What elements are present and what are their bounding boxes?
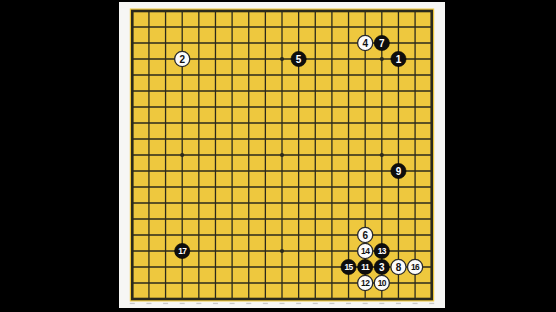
star-point-10-16	[280, 249, 284, 253]
move-number: 8	[396, 262, 402, 273]
stone-move-1: 1	[391, 51, 406, 66]
stone-move-16: 16	[407, 259, 422, 274]
stone-move-10: 10	[374, 275, 389, 290]
move-number: 14	[361, 246, 370, 256]
move-number: 4	[362, 38, 368, 49]
star-point-10-4	[280, 57, 284, 61]
stone-move-5: 5	[291, 51, 306, 66]
move-number: 3	[379, 262, 385, 273]
move-number: 10	[378, 278, 387, 288]
stone-move-3: 3	[374, 259, 389, 274]
stone-move-4: 4	[358, 35, 373, 50]
star-point-4-10	[180, 153, 184, 157]
stone-move-13: 13	[374, 243, 389, 258]
stone-move-12: 12	[358, 275, 373, 290]
move-number: 2	[179, 54, 185, 65]
screenshot-canvas: 1234567891011121314151617	[0, 0, 556, 312]
stone-move-17: 17	[175, 243, 190, 258]
move-number: 12	[361, 278, 370, 288]
stone-move-9: 9	[391, 163, 406, 178]
move-number: 1	[396, 54, 402, 65]
move-number: 15	[344, 262, 353, 272]
go-board[interactable]: 1234567891011121314151617	[0, 0, 556, 312]
stone-move-8: 8	[391, 259, 406, 274]
move-number: 17	[178, 246, 187, 256]
star-point-16-10	[380, 153, 384, 157]
star-point-16-4	[380, 57, 384, 61]
stone-move-14: 14	[358, 243, 373, 258]
move-number: 6	[362, 230, 368, 241]
stone-move-15: 15	[341, 259, 356, 274]
stone-move-11: 11	[358, 259, 373, 274]
move-number: 9	[396, 166, 402, 177]
move-number: 13	[378, 246, 387, 256]
move-number: 5	[296, 54, 302, 65]
move-number: 7	[379, 38, 385, 49]
move-number: 16	[411, 262, 420, 272]
star-point-10-10	[280, 153, 284, 157]
move-number: 11	[361, 262, 370, 272]
stone-move-6: 6	[358, 227, 373, 242]
stone-move-7: 7	[374, 35, 389, 50]
stone-move-2: 2	[175, 51, 190, 66]
